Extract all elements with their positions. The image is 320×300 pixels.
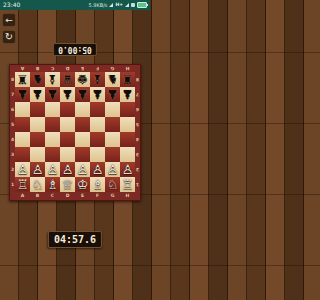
white-piece: ♙ (30, 162, 45, 177)
square-h7[interactable]: ♟ (120, 87, 135, 102)
square-e7[interactable]: ♟ (75, 87, 90, 102)
signal-icon (125, 3, 129, 7)
square-c1[interactable]: ♗ (45, 177, 60, 192)
square-c2[interactable]: ♙ (45, 162, 60, 177)
signal-icon (109, 3, 113, 7)
battery-icon (137, 2, 147, 8)
black-piece: ♜ (120, 72, 135, 87)
square-c6[interactable] (45, 102, 60, 117)
square-b3[interactable] (30, 147, 45, 162)
white-piece: ♗ (90, 177, 105, 192)
square-d5[interactable] (60, 117, 75, 132)
chess-board: ABCDEFGH 87654321 ♜♞♝♛♚♝♞♜♟♟♟♟♟♟♟♟♙♙♙♙♙♙… (9, 64, 141, 201)
square-e5[interactable] (75, 117, 90, 132)
square-d2[interactable]: ♙ (60, 162, 75, 177)
alarm-icon (131, 3, 135, 7)
square-b5[interactable] (30, 117, 45, 132)
square-g3[interactable] (105, 147, 120, 162)
square-e2[interactable]: ♙ (75, 162, 90, 177)
rank-labels-right: 87654321 (135, 72, 140, 192)
black-piece: ♟ (15, 87, 30, 102)
square-a1[interactable]: ♖ (15, 177, 30, 192)
white-piece: ♙ (90, 162, 105, 177)
coordinate-label: 3 (135, 147, 140, 162)
board-grid: ♜♞♝♛♚♝♞♜♟♟♟♟♟♟♟♟♙♙♙♙♙♙♙♙♖♘♗♕♔♗♘♖ (15, 72, 135, 192)
square-h6[interactable] (120, 102, 135, 117)
square-c4[interactable] (45, 132, 60, 147)
coordinate-label: F (90, 192, 105, 200)
square-d6[interactable] (60, 102, 75, 117)
white-piece: ♙ (45, 162, 60, 177)
square-g2[interactable]: ♙ (105, 162, 120, 177)
coordinate-label: C (45, 65, 60, 72)
square-d8[interactable]: ♛ (60, 72, 75, 87)
square-g1[interactable]: ♘ (105, 177, 120, 192)
file-labels-top: ABCDEFGH (10, 65, 140, 72)
square-f5[interactable] (90, 117, 105, 132)
square-c5[interactable] (45, 117, 60, 132)
restart-button[interactable]: ↻ (3, 31, 15, 43)
restart-icon: ↻ (5, 31, 13, 42)
square-c8[interactable]: ♝ (45, 72, 60, 87)
square-g4[interactable] (105, 132, 120, 147)
file-labels-bottom: ABCDEFGH (10, 192, 140, 200)
black-piece: ♟ (105, 87, 120, 102)
square-h4[interactable] (120, 132, 135, 147)
coordinate-label: A (15, 65, 30, 72)
square-f6[interactable] (90, 102, 105, 117)
square-f7[interactable]: ♟ (90, 87, 105, 102)
network-speed: 5.9KB/s (89, 0, 108, 10)
square-g5[interactable] (105, 117, 120, 132)
coordinate-label: E (75, 65, 90, 72)
square-h1[interactable]: ♖ (120, 177, 135, 192)
black-piece: ♟ (45, 87, 60, 102)
black-piece: ♟ (90, 87, 105, 102)
square-h2[interactable]: ♙ (120, 162, 135, 177)
square-b6[interactable] (30, 102, 45, 117)
coordinate-label: 6 (135, 102, 140, 117)
square-a7[interactable]: ♟ (15, 87, 30, 102)
network-type-label: H+ (115, 0, 123, 10)
black-clock-value: 05:00.0 (58, 45, 92, 54)
status-bar: 23:40 5.9KB/s H+ (0, 0, 150, 10)
back-arrow-icon: ← (5, 15, 13, 25)
square-f2[interactable]: ♙ (90, 162, 105, 177)
square-c3[interactable] (45, 147, 60, 162)
square-a4[interactable] (15, 132, 30, 147)
square-b8[interactable]: ♞ (30, 72, 45, 87)
white-piece: ♘ (105, 177, 120, 192)
coordinate-label: 1 (135, 177, 140, 192)
black-piece: ♟ (75, 87, 90, 102)
black-piece: ♞ (30, 72, 45, 87)
square-a3[interactable] (15, 147, 30, 162)
status-time: 23:40 (3, 0, 20, 10)
coordinate-label: B (30, 192, 45, 200)
square-h3[interactable] (120, 147, 135, 162)
coordinate-label: 7 (135, 87, 140, 102)
black-clock: 05:00.0 (53, 43, 97, 56)
square-e8[interactable]: ♚ (75, 72, 90, 87)
square-a2[interactable]: ♙ (15, 162, 30, 177)
black-piece: ♟ (30, 87, 45, 102)
white-piece: ♔ (75, 177, 90, 192)
white-clock-value: 04:57.6 (54, 234, 96, 245)
square-d1[interactable]: ♕ (60, 177, 75, 192)
coordinate-label: 8 (135, 72, 140, 87)
square-e3[interactable] (75, 147, 90, 162)
coordinate-label: H (120, 65, 135, 72)
black-piece: ♝ (90, 72, 105, 87)
white-piece: ♕ (60, 177, 75, 192)
coordinate-label: C (45, 192, 60, 200)
square-d7[interactable]: ♟ (60, 87, 75, 102)
black-piece: ♜ (15, 72, 30, 87)
square-e1[interactable]: ♔ (75, 177, 90, 192)
black-piece: ♟ (120, 87, 135, 102)
white-piece: ♙ (15, 162, 30, 177)
coordinate-label: H (120, 192, 135, 200)
square-e4[interactable] (75, 132, 90, 147)
square-g6[interactable] (105, 102, 120, 117)
coordinate-label: 5 (135, 117, 140, 132)
white-clock: 04:57.6 (48, 231, 102, 248)
square-h5[interactable] (120, 117, 135, 132)
coordinate-label: 2 (135, 162, 140, 177)
white-piece: ♗ (45, 177, 60, 192)
coordinate-label: B (30, 65, 45, 72)
black-piece: ♛ (60, 72, 75, 87)
square-f3[interactable] (90, 147, 105, 162)
white-piece: ♙ (120, 162, 135, 177)
square-a6[interactable] (15, 102, 30, 117)
square-d3[interactable] (60, 147, 75, 162)
square-b2[interactable]: ♙ (30, 162, 45, 177)
black-piece: ♚ (75, 72, 90, 87)
square-a8[interactable]: ♜ (15, 72, 30, 87)
coordinate-label: A (15, 192, 30, 200)
square-b1[interactable]: ♘ (30, 177, 45, 192)
square-c7[interactable]: ♟ (45, 87, 60, 102)
coordinate-label: G (105, 192, 120, 200)
white-piece: ♙ (60, 162, 75, 177)
coordinate-label: 4 (135, 132, 140, 147)
black-piece: ♝ (45, 72, 60, 87)
black-piece: ♟ (60, 87, 75, 102)
white-piece: ♙ (105, 162, 120, 177)
square-g8[interactable]: ♞ (105, 72, 120, 87)
square-f4[interactable] (90, 132, 105, 147)
square-b7[interactable]: ♟ (30, 87, 45, 102)
black-piece: ♞ (105, 72, 120, 87)
coordinate-label: D (60, 65, 75, 72)
coordinate-label: D (60, 192, 75, 200)
white-piece: ♙ (75, 162, 90, 177)
white-piece: ♘ (30, 177, 45, 192)
white-piece: ♖ (120, 177, 135, 192)
square-f1[interactable]: ♗ (90, 177, 105, 192)
coordinate-label: G (105, 65, 120, 72)
square-g7[interactable]: ♟ (105, 87, 120, 102)
white-piece: ♖ (15, 177, 30, 192)
square-b4[interactable] (30, 132, 45, 147)
square-a5[interactable] (15, 117, 30, 132)
square-d4[interactable] (60, 132, 75, 147)
coordinate-label: F (90, 65, 105, 72)
square-f8[interactable]: ♝ (90, 72, 105, 87)
coordinate-label: E (75, 192, 90, 200)
back-button[interactable]: ← (3, 14, 15, 26)
square-e6[interactable] (75, 102, 90, 117)
square-h8[interactable]: ♜ (120, 72, 135, 87)
